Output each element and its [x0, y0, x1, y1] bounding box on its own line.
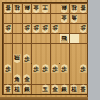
star-point	[59, 63, 61, 65]
piece-bishop-sente[interactable]: 角	[13, 74, 21, 83]
piece-glyph: 桂	[14, 5, 20, 11]
piece-pawn-sente[interactable]: 歩	[41, 64, 49, 73]
piece-glyph: 桂	[71, 86, 77, 92]
piece-pawn-gote[interactable]: 歩	[4, 24, 12, 33]
piece-gold-sente[interactable]: 金	[23, 74, 31, 83]
star-point	[31, 63, 33, 65]
piece-glyph: 金	[62, 15, 68, 21]
piece-glyph: 歩	[5, 26, 11, 32]
piece-rook-gote[interactable]: 飛	[13, 54, 21, 63]
piece-glyph: 歩	[24, 26, 30, 32]
piece-glyph: 歩	[81, 26, 87, 32]
piece-glyph: 金	[24, 76, 30, 82]
piece-glyph: 歩	[52, 26, 58, 32]
piece-glyph: 歩	[33, 66, 39, 72]
piece-glyph: 歩	[5, 66, 11, 72]
piece-pawn-gote[interactable]: 歩	[41, 24, 49, 33]
piece-pawn-gote[interactable]: 歩	[79, 24, 87, 33]
last-move-highlight	[69, 33, 78, 43]
piece-pawn-sente[interactable]: 歩	[4, 64, 12, 73]
piece-glyph: 歩	[24, 56, 30, 62]
piece-glyph: 歩	[43, 26, 49, 32]
piece-pawn-sente[interactable]: 歩	[23, 54, 31, 63]
piece-glyph: 飛	[62, 36, 68, 42]
board-grid[interactable]: 香桂銀金王銀桂香金角歩歩歩歩歩歩飛飛歩歩歩歩歩歩歩角金香桂銀玉金銀桂香	[2, 2, 89, 95]
piece-glyph: 香	[81, 5, 87, 11]
piece-glyph: 歩	[52, 66, 58, 72]
piece-glyph: 玉	[43, 86, 49, 92]
piece-glyph: 銀	[62, 86, 68, 92]
piece-gold-sente[interactable]: 金	[51, 84, 59, 93]
piece-lance-gote[interactable]: 香	[4, 4, 12, 13]
star-point	[31, 33, 33, 35]
piece-glyph: 銀	[62, 5, 68, 11]
piece-glyph: 銀	[24, 86, 30, 92]
side-panel: △8六歩▲8六同歩△8六同飛▲3四飛△8二飛▲3六飛△2二銀 歩 3	[88, 0, 100, 100]
piece-silver-sente[interactable]: 銀	[23, 84, 31, 93]
piece-lance-sente[interactable]: 香	[4, 84, 12, 93]
piece-king-gote[interactable]: 王	[41, 4, 49, 13]
piece-pawn-gote[interactable]: 歩	[32, 24, 40, 33]
piece-bishop-gote[interactable]: 角	[70, 14, 78, 23]
piece-glyph: 歩	[62, 66, 68, 72]
piece-pawn-sente[interactable]: 歩	[32, 64, 40, 73]
piece-pawn-gote[interactable]: 歩	[51, 24, 59, 33]
piece-glyph: 飛	[14, 56, 20, 62]
piece-glyph: 角	[14, 76, 20, 82]
piece-knight-sente[interactable]: 桂	[13, 84, 21, 93]
piece-gold-gote[interactable]: 金	[60, 14, 68, 23]
piece-glyph: 歩	[33, 26, 39, 32]
piece-glyph: 歩	[81, 66, 87, 72]
piece-glyph: 金	[33, 5, 39, 11]
piece-glyph: 金	[52, 86, 58, 92]
piece-pawn-sente[interactable]: 歩	[51, 64, 59, 73]
piece-glyph: 香	[5, 5, 11, 11]
piece-silver-gote[interactable]: 銀	[23, 4, 31, 13]
piece-pawn-gote[interactable]: 歩	[23, 24, 31, 33]
piece-glyph: 桂	[71, 5, 77, 11]
shogi-board[interactable]: 香桂銀金王銀桂香金角歩歩歩歩歩歩飛飛歩歩歩歩歩歩歩角金香桂銀玉金銀桂香	[0, 0, 88, 97]
piece-glyph: 歩	[43, 66, 49, 72]
piece-pawn-sente[interactable]: 歩	[79, 64, 87, 73]
piece-silver-sente[interactable]: 銀	[60, 84, 68, 93]
board-edge	[0, 97, 88, 101]
shogi-app-window: 香桂銀金王銀桂香金角歩歩歩歩歩歩飛飛歩歩歩歩歩歩歩角金香桂銀玉金銀桂香 △8六歩…	[0, 0, 100, 100]
piece-silver-gote[interactable]: 銀	[60, 4, 68, 13]
piece-glyph: 香	[5, 86, 11, 92]
piece-glyph: 王	[43, 5, 49, 11]
piece-glyph: 桂	[14, 86, 20, 92]
piece-lance-gote[interactable]: 香	[79, 4, 87, 13]
piece-knight-gote[interactable]: 桂	[70, 4, 78, 13]
piece-pawn-sente[interactable]: 歩	[60, 64, 68, 73]
piece-glyph: 銀	[24, 5, 30, 11]
piece-king-sente[interactable]: 玉	[41, 84, 49, 93]
piece-knight-sente[interactable]: 桂	[70, 84, 78, 93]
piece-glyph: 香	[81, 86, 87, 92]
piece-gold-gote[interactable]: 金	[32, 4, 40, 13]
piece-knight-gote[interactable]: 桂	[13, 4, 21, 13]
piece-lance-sente[interactable]: 香	[79, 84, 87, 93]
piece-glyph: 角	[71, 15, 77, 21]
